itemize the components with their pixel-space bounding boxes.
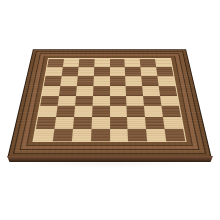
square-b5[interactable] <box>59 86 77 96</box>
square-g1[interactable] <box>146 129 166 141</box>
square-b1[interactable] <box>53 129 73 141</box>
chessboard <box>7 49 211 157</box>
square-h3[interactable] <box>162 106 181 117</box>
square-b7[interactable] <box>62 67 79 76</box>
square-d8[interactable] <box>94 59 110 67</box>
square-f5[interactable] <box>126 86 143 96</box>
square-e3[interactable] <box>110 106 128 117</box>
square-d2[interactable] <box>91 117 109 129</box>
square-a3[interactable] <box>38 106 57 117</box>
square-b3[interactable] <box>56 106 75 117</box>
board-shadow <box>16 160 204 166</box>
square-h4[interactable] <box>160 96 179 106</box>
square-a6[interactable] <box>44 76 62 85</box>
square-e4[interactable] <box>110 96 127 106</box>
square-h8[interactable] <box>155 59 172 67</box>
square-a2[interactable] <box>36 117 56 129</box>
square-a1[interactable] <box>34 129 55 141</box>
square-d3[interactable] <box>92 106 110 117</box>
square-g3[interactable] <box>144 106 163 117</box>
square-a4[interactable] <box>40 96 59 106</box>
square-f3[interactable] <box>127 106 145 117</box>
square-h6[interactable] <box>157 76 175 85</box>
square-e1[interactable] <box>110 129 129 141</box>
board-playing-area <box>32 58 186 142</box>
square-d1[interactable] <box>91 129 110 141</box>
square-g8[interactable] <box>140 59 156 67</box>
square-c5[interactable] <box>76 86 93 96</box>
square-c1[interactable] <box>72 129 92 141</box>
square-a8[interactable] <box>47 59 64 67</box>
square-g6[interactable] <box>141 76 158 85</box>
square-f1[interactable] <box>128 129 148 141</box>
square-e5[interactable] <box>110 86 127 96</box>
square-e7[interactable] <box>110 67 126 76</box>
square-e8[interactable] <box>110 59 126 67</box>
square-d6[interactable] <box>93 76 109 85</box>
square-b8[interactable] <box>63 59 79 67</box>
square-h2[interactable] <box>163 117 183 129</box>
square-c7[interactable] <box>78 67 94 76</box>
square-f8[interactable] <box>125 59 141 67</box>
square-e2[interactable] <box>110 117 128 129</box>
square-g5[interactable] <box>142 86 160 96</box>
square-h1[interactable] <box>165 129 186 141</box>
square-c4[interactable] <box>75 96 93 106</box>
square-c3[interactable] <box>74 106 92 117</box>
square-d7[interactable] <box>94 67 110 76</box>
square-a5[interactable] <box>42 86 60 96</box>
square-d5[interactable] <box>93 86 110 96</box>
square-f7[interactable] <box>125 67 141 76</box>
square-g4[interactable] <box>143 96 161 106</box>
square-g7[interactable] <box>141 67 158 76</box>
square-c6[interactable] <box>77 76 94 85</box>
square-f6[interactable] <box>125 76 142 85</box>
product-photo-scene <box>0 0 220 220</box>
square-g2[interactable] <box>145 117 164 129</box>
square-b4[interactable] <box>57 96 75 106</box>
square-e6[interactable] <box>110 76 126 85</box>
square-h7[interactable] <box>156 67 173 76</box>
square-d4[interactable] <box>92 96 109 106</box>
square-b6[interactable] <box>60 76 77 85</box>
square-c2[interactable] <box>73 117 92 129</box>
board-grid <box>34 59 186 142</box>
square-a7[interactable] <box>46 67 63 76</box>
square-f4[interactable] <box>126 96 144 106</box>
square-c8[interactable] <box>78 59 94 67</box>
square-b2[interactable] <box>54 117 73 129</box>
square-f2[interactable] <box>127 117 146 129</box>
square-h5[interactable] <box>159 86 177 96</box>
